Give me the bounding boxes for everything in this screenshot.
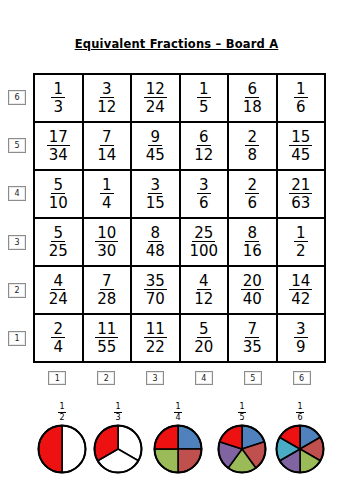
board-cell-r5c6: 1545 <box>278 123 325 169</box>
fraction-denominator: 4 <box>53 339 63 355</box>
pie-chart-1-2 <box>35 422 89 476</box>
board-cell-r2c4: 412 <box>181 267 228 313</box>
fraction-numerator: 21 <box>289 177 312 194</box>
fraction-numerator: 10 <box>95 225 118 242</box>
pie-chart-1-6 <box>273 422 327 476</box>
pie-label-numerator: 1 <box>296 402 303 413</box>
pie-label-denominator: 3 <box>115 413 120 423</box>
board-cell-r4c3: 315 <box>132 171 179 217</box>
col-label-1: 1 <box>48 371 66 385</box>
pie-chart-1-3 <box>91 422 145 476</box>
board-cell-r3c5: 816 <box>229 219 276 265</box>
fraction-numerator: 12 <box>144 81 167 98</box>
row-label-5: 5 <box>8 138 26 153</box>
pie-label-numerator: 1 <box>174 402 181 413</box>
board-cell-r1c3: 1122 <box>132 315 179 361</box>
col-label-5: 5 <box>244 371 262 385</box>
fraction-denominator: 25 <box>49 243 68 259</box>
fraction-denominator: 20 <box>194 339 213 355</box>
fraction-numerator: 8 <box>148 225 162 242</box>
pie-label-1-2: 12 <box>47 402 77 422</box>
fraction-denominator: 10 <box>49 195 68 211</box>
fraction-denominator: 35 <box>243 339 262 355</box>
fraction-numerator: 5 <box>51 225 65 242</box>
board-cell-r1c6: 39 <box>278 315 325 361</box>
col-label-6: 6 <box>293 371 311 385</box>
fraction-denominator: 3 <box>53 99 63 115</box>
fraction-denominator: 6 <box>199 195 209 211</box>
pie-label-1-6: 16 <box>285 402 315 422</box>
col-label-4: 4 <box>195 371 213 385</box>
worksheet-page: Equivalent Fractions – Board A 133121224… <box>0 0 353 500</box>
board-cell-r4c5: 26 <box>229 171 276 217</box>
fraction-numerator: 1 <box>100 177 114 194</box>
fraction-denominator: 8 <box>247 147 257 163</box>
fraction-numerator: 9 <box>148 129 162 146</box>
row-label-1: 1 <box>8 331 26 346</box>
fraction-numerator: 15 <box>289 129 312 146</box>
board-cell-r5c3: 945 <box>132 123 179 169</box>
fraction-denominator: 100 <box>189 243 218 259</box>
fraction-denominator: 6 <box>247 195 257 211</box>
fraction-numerator: 6 <box>197 129 211 146</box>
fraction-denominator: 40 <box>243 291 262 307</box>
col-label-3: 3 <box>146 371 164 385</box>
fraction-numerator: 1 <box>294 81 308 98</box>
fraction-denominator: 2 <box>296 243 306 259</box>
pie-label-denominator: 5 <box>239 413 244 423</box>
board-cell-r6c6: 16 <box>278 75 325 121</box>
fraction-numerator: 11 <box>144 321 167 338</box>
fraction-numerator: 1 <box>51 81 65 98</box>
fraction-denominator: 45 <box>146 147 165 163</box>
fraction-numerator: 5 <box>51 177 65 194</box>
fraction-denominator: 42 <box>291 291 310 307</box>
pie-label-1-3: 13 <box>103 402 133 422</box>
page-title: Equivalent Fractions – Board A <box>0 37 353 51</box>
fraction-denominator: 34 <box>49 147 68 163</box>
board-cell-r6c5: 618 <box>229 75 276 121</box>
fraction-denominator: 48 <box>146 243 165 259</box>
pie-label-numerator: 1 <box>114 402 121 413</box>
fraction-denominator: 18 <box>243 99 262 115</box>
fraction-denominator: 5 <box>199 99 209 115</box>
pie-label-numerator: 1 <box>238 402 245 413</box>
fraction-numerator: 1 <box>197 81 211 98</box>
fraction-denominator: 4 <box>102 195 112 211</box>
fraction-numerator: 4 <box>51 273 65 290</box>
board-cell-r2c2: 728 <box>84 267 131 313</box>
board-cell-r1c4: 520 <box>181 315 228 361</box>
fraction-denominator: 12 <box>194 291 213 307</box>
row-label-4: 4 <box>8 186 26 201</box>
fraction-numerator: 3 <box>148 177 162 194</box>
board-cell-r4c1: 510 <box>35 171 82 217</box>
fraction-denominator: 24 <box>146 99 165 115</box>
row-label-3: 3 <box>8 235 26 250</box>
board-cell-r5c5: 28 <box>229 123 276 169</box>
fraction-denominator: 12 <box>194 147 213 163</box>
board-cell-r2c5: 2040 <box>229 267 276 313</box>
row-label-2: 2 <box>8 283 26 298</box>
fraction-denominator: 45 <box>291 147 310 163</box>
board-cell-r2c6: 1442 <box>278 267 325 313</box>
board-cell-r6c2: 312 <box>84 75 131 121</box>
board-cell-r6c3: 1224 <box>132 75 179 121</box>
fraction-numerator: 7 <box>100 273 114 290</box>
board-cell-r3c2: 1030 <box>84 219 131 265</box>
fraction-numerator: 17 <box>47 129 70 146</box>
fraction-numerator: 4 <box>197 273 211 290</box>
pie-chart-1-4 <box>151 422 205 476</box>
fraction-denominator: 28 <box>97 291 116 307</box>
board-cell-r4c6: 2163 <box>278 171 325 217</box>
col-label-2: 2 <box>97 371 115 385</box>
board-cell-r6c4: 15 <box>181 75 228 121</box>
fraction-numerator: 35 <box>144 273 167 290</box>
fraction-denominator: 22 <box>146 339 165 355</box>
board-cell-r1c5: 735 <box>229 315 276 361</box>
pie-label-1-4: 14 <box>163 402 193 422</box>
board-cell-r1c1: 24 <box>35 315 82 361</box>
fraction-denominator: 16 <box>243 243 262 259</box>
pie-label-denominator: 4 <box>175 413 180 423</box>
pie-label-denominator: 6 <box>297 413 302 423</box>
row-label-6: 6 <box>8 90 26 105</box>
board-cell-r5c4: 612 <box>181 123 228 169</box>
fraction-grid: 1331212241561816173471494561228154551014… <box>33 73 326 363</box>
board-cell-r4c2: 14 <box>84 171 131 217</box>
board-cell-r5c2: 714 <box>84 123 131 169</box>
fraction-numerator: 3 <box>294 321 308 338</box>
fraction-numerator: 6 <box>245 81 259 98</box>
board-cell-r3c3: 848 <box>132 219 179 265</box>
fraction-denominator: 9 <box>296 339 306 355</box>
fraction-numerator: 5 <box>197 321 211 338</box>
fraction-denominator: 14 <box>97 147 116 163</box>
fraction-numerator: 14 <box>289 273 312 290</box>
fraction-denominator: 24 <box>49 291 68 307</box>
fraction-denominator: 15 <box>146 195 165 211</box>
fraction-numerator: 3 <box>197 177 211 194</box>
pie-label-numerator: 1 <box>58 402 65 413</box>
fraction-denominator: 55 <box>97 339 116 355</box>
fraction-denominator: 6 <box>296 99 306 115</box>
pie-label-denominator: 2 <box>59 413 64 423</box>
fraction-numerator: 7 <box>245 321 259 338</box>
board-cell-r3c6: 12 <box>278 219 325 265</box>
fraction-numerator: 8 <box>245 225 259 242</box>
board-cell-r6c1: 13 <box>35 75 82 121</box>
fraction-numerator: 3 <box>100 81 114 98</box>
fraction-numerator: 11 <box>95 321 118 338</box>
board-cell-r1c2: 1155 <box>84 315 131 361</box>
fraction-denominator: 63 <box>291 195 310 211</box>
board-cell-r2c1: 424 <box>35 267 82 313</box>
fraction-numerator: 7 <box>100 129 114 146</box>
pie-chart-1-5 <box>215 422 269 476</box>
fraction-denominator: 30 <box>97 243 116 259</box>
fraction-numerator: 2 <box>51 321 65 338</box>
fraction-numerator: 20 <box>241 273 264 290</box>
fraction-denominator: 70 <box>146 291 165 307</box>
fraction-numerator: 25 <box>192 225 215 242</box>
board-cell-r2c3: 3570 <box>132 267 179 313</box>
board-cell-r3c4: 25100 <box>181 219 228 265</box>
fraction-denominator: 12 <box>97 99 116 115</box>
pie-label-1-5: 15 <box>227 402 257 422</box>
board-cell-r4c4: 36 <box>181 171 228 217</box>
fraction-numerator: 2 <box>245 129 259 146</box>
board-cell-r3c1: 525 <box>35 219 82 265</box>
board-cell-r5c1: 1734 <box>35 123 82 169</box>
fraction-numerator: 1 <box>294 225 308 242</box>
fraction-numerator: 2 <box>245 177 259 194</box>
